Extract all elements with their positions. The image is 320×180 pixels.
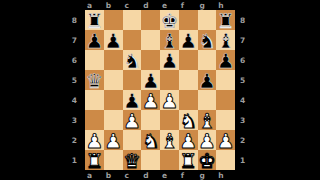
square-f6[interactable]	[179, 50, 198, 70]
square-g1[interactable]: ♚	[198, 150, 217, 170]
square-c5[interactable]	[123, 70, 142, 90]
square-e5[interactable]	[160, 70, 179, 90]
square-f4[interactable]	[179, 90, 198, 110]
square-g4[interactable]	[198, 90, 217, 110]
piece-black-knight: ♞	[123, 51, 141, 71]
square-d1[interactable]	[141, 150, 160, 170]
square-h3[interactable]	[216, 110, 235, 130]
square-b5[interactable]	[104, 70, 123, 90]
square-a3[interactable]	[85, 110, 104, 130]
square-d3[interactable]	[141, 110, 160, 130]
piece-white-pawn: ♟	[160, 91, 178, 111]
rank-label-right-6: 6	[235, 50, 255, 70]
piece-black-pawn: ♟	[179, 31, 197, 51]
piece-black-king: ♚	[160, 11, 178, 31]
square-d5[interactable]: ♟	[141, 70, 160, 90]
piece-black-knight: ♞	[198, 31, 216, 51]
square-b2[interactable]: ♟	[104, 130, 123, 150]
square-h5[interactable]	[216, 70, 235, 90]
square-d2[interactable]: ♞	[141, 130, 160, 150]
square-a5[interactable]: ♛	[85, 70, 104, 90]
square-c3[interactable]: ♟	[123, 110, 142, 130]
square-c4[interactable]: ♟	[123, 90, 142, 110]
square-e1[interactable]	[160, 150, 179, 170]
rank-label-right-2: 2	[235, 130, 255, 150]
square-d7[interactable]	[141, 30, 160, 50]
square-e3[interactable]	[160, 110, 179, 130]
rank-label-left-7: 7	[0, 30, 81, 50]
square-h1[interactable]	[216, 150, 235, 170]
square-a8[interactable]: ♜	[85, 10, 104, 30]
rank-label-left-3: 3	[0, 110, 81, 130]
rank-label-right-3: 3	[235, 110, 255, 130]
file-label-bottom-e: e	[160, 170, 179, 180]
piece-white-knight: ♞	[142, 131, 160, 151]
piece-white-knight: ♞	[179, 111, 197, 131]
piece-white-rook: ♜	[85, 151, 103, 171]
piece-black-pawn: ♟	[217, 51, 235, 71]
file-label-top-d: d	[141, 0, 160, 10]
square-g5[interactable]: ♟	[198, 70, 217, 90]
rank-labels-right: 87654321	[235, 10, 255, 170]
square-e2[interactable]: ♝	[160, 130, 179, 150]
file-label-top-g: g	[198, 0, 217, 10]
file-label-top-f: f	[179, 0, 198, 10]
square-c7[interactable]	[123, 30, 142, 50]
square-g6[interactable]	[198, 50, 217, 70]
file-label-bottom-c: c	[123, 170, 142, 180]
square-h6[interactable]: ♟	[216, 50, 235, 70]
piece-white-king: ♚	[198, 151, 216, 171]
rank-label-right-5: 5	[235, 70, 255, 90]
rank-label-left-4: 4	[0, 90, 81, 110]
piece-white-pawn: ♟	[85, 131, 103, 151]
square-c2[interactable]	[123, 130, 142, 150]
square-c8[interactable]	[123, 10, 142, 30]
square-f5[interactable]	[179, 70, 198, 90]
square-b8[interactable]	[104, 10, 123, 30]
file-label-top-b: b	[104, 0, 123, 10]
piece-white-bishop: ♝	[198, 111, 216, 131]
file-label-top-c: c	[123, 0, 142, 10]
file-label-bottom-f: f	[179, 170, 198, 180]
square-h7[interactable]: ♝	[216, 30, 235, 50]
square-g2[interactable]: ♟	[198, 130, 217, 150]
square-g7[interactable]: ♞	[198, 30, 217, 50]
piece-black-rook: ♜	[85, 11, 103, 31]
piece-black-pawn: ♟	[123, 91, 141, 111]
square-f2[interactable]: ♟	[179, 130, 198, 150]
square-f1[interactable]: ♜	[179, 150, 198, 170]
piece-white-rook: ♜	[179, 151, 197, 171]
chess-board: ♜♚♜♟♟♝♟♞♝♞♟♟♛♟♟♟♟♟♟♞♝♟♟♞♝♟♟♟♜♛♜♚	[85, 10, 235, 170]
file-label-bottom-a: a	[85, 170, 104, 180]
rank-label-right-7: 7	[235, 30, 255, 50]
square-e7[interactable]: ♝	[160, 30, 179, 50]
square-a6[interactable]	[85, 50, 104, 70]
file-labels-bottom: abcdefgh	[85, 170, 235, 180]
rank-label-right-1: 1	[235, 150, 255, 170]
square-b7[interactable]: ♟	[104, 30, 123, 50]
piece-black-rook: ♜	[217, 11, 235, 31]
square-f7[interactable]: ♟	[179, 30, 198, 50]
square-f3[interactable]: ♞	[179, 110, 198, 130]
rank-labels-left: 87654321	[0, 10, 81, 170]
file-label-bottom-d: d	[141, 170, 160, 180]
rank-label-right-4: 4	[235, 90, 255, 110]
piece-white-pawn: ♟	[198, 131, 216, 151]
square-b1[interactable]	[104, 150, 123, 170]
square-a7[interactable]: ♟	[85, 30, 104, 50]
square-d4[interactable]: ♟	[141, 90, 160, 110]
square-b3[interactable]	[104, 110, 123, 130]
square-d8[interactable]	[141, 10, 160, 30]
square-h2[interactable]: ♟	[216, 130, 235, 150]
square-a1[interactable]: ♜	[85, 150, 104, 170]
square-d6[interactable]	[141, 50, 160, 70]
rank-label-left-6: 6	[0, 50, 81, 70]
piece-black-pawn: ♟	[198, 71, 216, 91]
square-a4[interactable]	[85, 90, 104, 110]
piece-white-pawn: ♟	[179, 131, 197, 151]
piece-black-pawn: ♟	[142, 71, 160, 91]
piece-black-bishop: ♝	[217, 31, 235, 51]
rank-label-left-1: 1	[0, 150, 81, 170]
file-label-bottom-h: h	[216, 170, 235, 180]
file-label-bottom-b: b	[104, 170, 123, 180]
square-b6[interactable]	[104, 50, 123, 70]
square-c6[interactable]: ♞	[123, 50, 142, 70]
square-b4[interactable]	[104, 90, 123, 110]
piece-black-bishop: ♝	[160, 31, 178, 51]
piece-white-bishop: ♝	[160, 131, 178, 151]
square-g8[interactable]	[198, 10, 217, 30]
square-h8[interactable]: ♜	[216, 10, 235, 30]
piece-black-pawn: ♟	[104, 31, 122, 51]
piece-white-pawn: ♟	[217, 131, 235, 151]
square-c1[interactable]: ♛	[123, 150, 142, 170]
square-e8[interactable]: ♚	[160, 10, 179, 30]
video-frame: abcdefgh 87654321 ♜♚♜♟♟♝♟♞♝♞♟♟♛♟♟♟♟♟♟♞♝♟…	[0, 0, 320, 180]
piece-white-pawn: ♟	[142, 91, 160, 111]
rank-label-right-8: 8	[235, 10, 255, 30]
piece-white-queen: ♛	[123, 151, 141, 171]
piece-black-pawn: ♟	[160, 51, 178, 71]
piece-white-pawn: ♟	[123, 111, 141, 131]
piece-black-pawn: ♟	[85, 31, 103, 51]
rank-label-left-8: 8	[0, 10, 81, 30]
square-a2[interactable]: ♟	[85, 130, 104, 150]
piece-white-pawn: ♟	[104, 131, 122, 151]
square-e6[interactable]: ♟	[160, 50, 179, 70]
rank-label-left-2: 2	[0, 130, 81, 150]
square-g3[interactable]: ♝	[198, 110, 217, 130]
square-e4[interactable]: ♟	[160, 90, 179, 110]
rank-label-left-5: 5	[0, 70, 81, 90]
file-label-bottom-g: g	[198, 170, 217, 180]
square-f8[interactable]	[179, 10, 198, 30]
piece-black-queen: ♛	[85, 71, 103, 91]
square-h4[interactable]	[216, 90, 235, 110]
